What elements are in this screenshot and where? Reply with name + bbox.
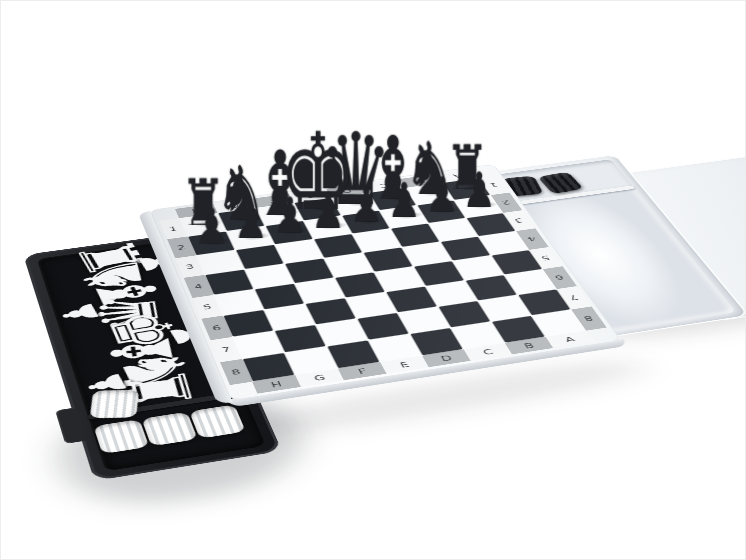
white-disc-roll bbox=[142, 412, 198, 447]
product-photo: ♜♞♝♛♚♝♞♜♟♟♟♟ HGFEDCBA HGFEDCBA 1234567 bbox=[0, 0, 746, 560]
white-disc-roll bbox=[93, 419, 149, 454]
black-drawer-handle bbox=[55, 408, 85, 444]
white-disc-roll bbox=[90, 390, 139, 418]
scene-3d: ♜♞♝♛♚♝♞♜♟♟♟♟ HGFEDCBA HGFEDCBA 1234567 bbox=[1, 1, 745, 559]
white-disc-roll bbox=[189, 404, 246, 438]
piece-sprite: ♟ bbox=[169, 187, 254, 242]
